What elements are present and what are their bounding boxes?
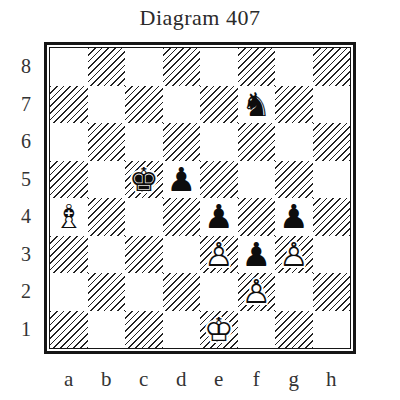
square-e1: ♚♔ <box>200 311 238 349</box>
rank-label-2: 2 <box>4 273 34 311</box>
square-g8 <box>275 48 313 86</box>
black-knight-piece: ♞ <box>238 86 276 124</box>
square-e5 <box>200 161 238 199</box>
square-b5 <box>88 161 126 199</box>
square-f6 <box>238 123 276 161</box>
diagram-page: Diagram 407 87654321 ♞♚♟♝♗♟♟♟♙♟♟♙♟♙♚♔ ab… <box>0 0 400 400</box>
board: ♞♚♟♝♗♟♟♟♙♟♟♙♟♙♚♔ <box>50 48 350 348</box>
rank-labels: 87654321 <box>4 48 34 348</box>
square-f2: ♟♙ <box>238 273 276 311</box>
square-a3 <box>50 236 88 274</box>
square-d2 <box>163 273 201 311</box>
white-pawn-piece: ♟♙ <box>238 273 276 311</box>
square-e7 <box>200 86 238 124</box>
square-c3 <box>125 236 163 274</box>
black-pawn-piece: ♟ <box>200 198 238 236</box>
square-c7 <box>125 86 163 124</box>
square-h2 <box>313 273 351 311</box>
white-king-piece: ♚♔ <box>200 311 238 349</box>
square-a6 <box>50 123 88 161</box>
board-inner-frame: ♞♚♟♝♗♟♟♟♙♟♟♙♟♙♚♔ <box>49 47 351 349</box>
board-frame: ♞♚♟♝♗♟♟♟♙♟♟♙♟♙♚♔ <box>44 42 356 354</box>
file-label-a: a <box>50 367 88 397</box>
square-a2 <box>50 273 88 311</box>
square-f3: ♟ <box>238 236 276 274</box>
rank-label-6: 6 <box>4 123 34 161</box>
rank-label-5: 5 <box>4 161 34 199</box>
black-pawn-piece: ♟ <box>275 198 313 236</box>
file-label-h: h <box>313 367 351 397</box>
square-b4 <box>88 198 126 236</box>
square-c1 <box>125 311 163 349</box>
square-f5 <box>238 161 276 199</box>
square-c5: ♚ <box>125 161 163 199</box>
file-labels: abcdefgh <box>50 367 350 397</box>
file-label-b: b <box>88 367 126 397</box>
square-d7 <box>163 86 201 124</box>
square-e8 <box>200 48 238 86</box>
file-label-f: f <box>238 367 276 397</box>
square-b3 <box>88 236 126 274</box>
square-c2 <box>125 273 163 311</box>
square-a5 <box>50 161 88 199</box>
white-pawn-piece: ♟♙ <box>200 236 238 274</box>
file-label-c: c <box>125 367 163 397</box>
square-g5 <box>275 161 313 199</box>
square-f8 <box>238 48 276 86</box>
square-c6 <box>125 123 163 161</box>
square-d6 <box>163 123 201 161</box>
square-g4: ♟ <box>275 198 313 236</box>
square-h7 <box>313 86 351 124</box>
square-d4 <box>163 198 201 236</box>
square-h1 <box>313 311 351 349</box>
square-b6 <box>88 123 126 161</box>
square-g7 <box>275 86 313 124</box>
square-a4: ♝♗ <box>50 198 88 236</box>
square-h6 <box>313 123 351 161</box>
white-bishop-piece: ♝♗ <box>50 198 88 236</box>
square-h4 <box>313 198 351 236</box>
rank-label-4: 4 <box>4 198 34 236</box>
square-b8 <box>88 48 126 86</box>
square-d8 <box>163 48 201 86</box>
file-label-e: e <box>200 367 238 397</box>
white-pawn-piece: ♟♙ <box>275 236 313 274</box>
square-g6 <box>275 123 313 161</box>
rank-label-3: 3 <box>4 236 34 274</box>
rank-label-8: 8 <box>4 48 34 86</box>
rank-label-7: 7 <box>4 86 34 124</box>
square-d3 <box>163 236 201 274</box>
square-g3: ♟♙ <box>275 236 313 274</box>
square-b7 <box>88 86 126 124</box>
square-c8 <box>125 48 163 86</box>
square-c4 <box>125 198 163 236</box>
square-e4: ♟ <box>200 198 238 236</box>
black-pawn-piece: ♟ <box>238 236 276 274</box>
square-a8 <box>50 48 88 86</box>
square-g2 <box>275 273 313 311</box>
square-h5 <box>313 161 351 199</box>
square-a7 <box>50 86 88 124</box>
square-e6 <box>200 123 238 161</box>
square-b2 <box>88 273 126 311</box>
square-d5: ♟ <box>163 161 201 199</box>
square-a1 <box>50 311 88 349</box>
square-b1 <box>88 311 126 349</box>
square-f4 <box>238 198 276 236</box>
square-g1 <box>275 311 313 349</box>
square-f1 <box>238 311 276 349</box>
file-label-g: g <box>275 367 313 397</box>
rank-label-1: 1 <box>4 311 34 349</box>
square-h8 <box>313 48 351 86</box>
square-d1 <box>163 311 201 349</box>
black-king-piece: ♚ <box>125 161 163 199</box>
diagram-title: Diagram 407 <box>0 5 400 31</box>
black-pawn-piece: ♟ <box>163 161 201 199</box>
square-f7: ♞ <box>238 86 276 124</box>
square-h3 <box>313 236 351 274</box>
square-e2 <box>200 273 238 311</box>
file-label-d: d <box>163 367 201 397</box>
square-e3: ♟♙ <box>200 236 238 274</box>
